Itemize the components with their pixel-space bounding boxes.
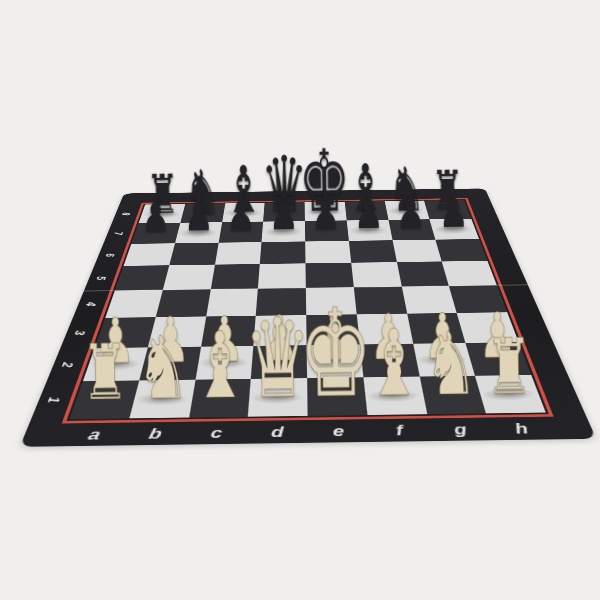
piece-black-pawn-e7[interactable]: ♟ [311,189,341,238]
piece-black-pawn-f7[interactable]: ♟ [353,188,383,237]
piece-white-knight-g1[interactable]: ♞ [424,321,478,408]
pieces-layer: ♜♞♝♛♚♝♞♜♟♟♟♟♟♟♟♟♟♟♟♟♟♟♟♟♜♞♝♛♚♝♞♜ [0,0,600,600]
piece-white-bishop-f1[interactable]: ♝ [365,317,422,409]
piece-white-rook-a1[interactable]: ♜ [81,334,129,411]
piece-white-knight-b1[interactable]: ♞ [136,325,190,412]
piece-black-pawn-c7[interactable]: ♟ [226,190,256,239]
piece-white-king-e1[interactable]: ♚ [298,292,374,414]
chessboard-photo-scene: abcdefgh 87654321 ♜♞♝♛♚♝♞♜♟♟♟♟♟♟♟♟♟♟♟♟♟♟… [0,0,600,600]
piece-black-pawn-a7[interactable]: ♟ [141,191,171,240]
piece-white-rook-h1[interactable]: ♜ [485,329,533,406]
piece-white-bishop-c1[interactable]: ♝ [192,320,249,412]
piece-black-pawn-h7[interactable]: ♟ [438,187,468,236]
piece-black-pawn-b7[interactable]: ♟ [183,191,213,240]
piece-black-pawn-g7[interactable]: ♟ [396,188,426,237]
piece-black-pawn-d7[interactable]: ♟ [268,189,298,238]
